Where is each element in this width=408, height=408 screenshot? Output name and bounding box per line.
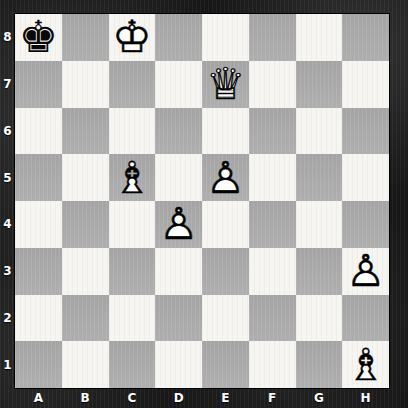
square-b7[interactable] (62, 61, 109, 108)
white-pawn-glyph: ♙ (155, 201, 202, 248)
rank-label-1: 1 (0, 341, 15, 388)
square-e6[interactable] (202, 108, 249, 155)
square-c7[interactable] (109, 61, 156, 108)
rank-labels: 87654321 (0, 14, 15, 388)
square-f6[interactable] (249, 108, 296, 155)
white-pawn-glyph: ♙ (342, 248, 389, 295)
square-a5[interactable] (15, 154, 62, 201)
square-d2[interactable] (155, 295, 202, 342)
square-c6[interactable] (109, 108, 156, 155)
square-c8[interactable]: ♚♔ (109, 14, 156, 61)
square-c5[interactable]: ♝♗ (109, 154, 156, 201)
rank-label-6: 6 (0, 108, 15, 155)
chess-diagram-frame: 87654321 ♚♚♔♛♕♝♗♟♙♟♙♟♙♝♗ ABCDEFGH (0, 0, 408, 408)
square-c1[interactable] (109, 341, 156, 388)
square-d1[interactable] (155, 341, 202, 388)
square-a4[interactable] (15, 201, 62, 248)
white-pawn-glyph: ♙ (202, 154, 249, 201)
square-c4[interactable] (109, 201, 156, 248)
white-bishop[interactable]: ♝♗ (342, 341, 389, 388)
file-label-e: E (202, 388, 249, 408)
black-king[interactable]: ♚ (15, 14, 62, 61)
file-label-c: C (109, 388, 156, 408)
white-king-glyph: ♔ (109, 14, 156, 61)
square-e1[interactable] (202, 341, 249, 388)
square-f4[interactable] (249, 201, 296, 248)
file-label-a: A (15, 388, 62, 408)
file-label-h: H (342, 388, 389, 408)
square-b2[interactable] (62, 295, 109, 342)
rank-label-2: 2 (0, 295, 15, 342)
square-a8[interactable]: ♚ (15, 14, 62, 61)
square-b4[interactable] (62, 201, 109, 248)
square-c2[interactable] (109, 295, 156, 342)
file-label-f: F (249, 388, 296, 408)
square-e4[interactable] (202, 201, 249, 248)
square-h1[interactable]: ♝♗ (342, 341, 389, 388)
square-h4[interactable] (342, 201, 389, 248)
white-queen-glyph: ♕ (202, 61, 249, 108)
square-h6[interactable] (342, 108, 389, 155)
square-a1[interactable] (15, 341, 62, 388)
square-a6[interactable] (15, 108, 62, 155)
square-e3[interactable] (202, 248, 249, 295)
white-pawn[interactable]: ♟♙ (155, 201, 202, 248)
square-d5[interactable] (155, 154, 202, 201)
square-c3[interactable] (109, 248, 156, 295)
square-h8[interactable] (342, 14, 389, 61)
square-b5[interactable] (62, 154, 109, 201)
white-king[interactable]: ♚♔ (109, 14, 156, 61)
square-d4[interactable]: ♟♙ (155, 201, 202, 248)
square-f2[interactable] (249, 295, 296, 342)
square-d7[interactable] (155, 61, 202, 108)
square-d6[interactable] (155, 108, 202, 155)
square-b1[interactable] (62, 341, 109, 388)
square-h2[interactable] (342, 295, 389, 342)
file-label-g: G (296, 388, 343, 408)
white-bishop-glyph: ♗ (109, 154, 156, 201)
square-h5[interactable] (342, 154, 389, 201)
black-king-glyph: ♚ (15, 14, 62, 61)
file-label-d: D (155, 388, 202, 408)
white-pawn[interactable]: ♟♙ (342, 248, 389, 295)
square-g5[interactable] (296, 154, 343, 201)
rank-label-3: 3 (0, 248, 15, 295)
square-e5[interactable]: ♟♙ (202, 154, 249, 201)
square-h7[interactable] (342, 61, 389, 108)
square-a7[interactable] (15, 61, 62, 108)
square-a3[interactable] (15, 248, 62, 295)
rank-label-4: 4 (0, 201, 15, 248)
square-f1[interactable] (249, 341, 296, 388)
square-d8[interactable] (155, 14, 202, 61)
square-g3[interactable] (296, 248, 343, 295)
white-bishop-glyph: ♗ (342, 341, 389, 388)
rank-label-7: 7 (0, 61, 15, 108)
square-f3[interactable] (249, 248, 296, 295)
white-bishop[interactable]: ♝♗ (109, 154, 156, 201)
rank-label-8: 8 (0, 14, 15, 61)
square-g6[interactable] (296, 108, 343, 155)
square-h3[interactable]: ♟♙ (342, 248, 389, 295)
square-g1[interactable] (296, 341, 343, 388)
square-g7[interactable] (296, 61, 343, 108)
white-pawn[interactable]: ♟♙ (202, 154, 249, 201)
square-f7[interactable] (249, 61, 296, 108)
square-b6[interactable] (62, 108, 109, 155)
file-label-b: B (62, 388, 109, 408)
square-g2[interactable] (296, 295, 343, 342)
file-labels: ABCDEFGH (15, 388, 389, 408)
square-a2[interactable] (15, 295, 62, 342)
board: ♚♚♔♛♕♝♗♟♙♟♙♟♙♝♗ (15, 14, 389, 388)
square-g8[interactable] (296, 14, 343, 61)
rank-label-5: 5 (0, 154, 15, 201)
square-e7[interactable]: ♛♕ (202, 61, 249, 108)
square-f8[interactable] (249, 14, 296, 61)
square-g4[interactable] (296, 201, 343, 248)
square-b3[interactable] (62, 248, 109, 295)
square-f5[interactable] (249, 154, 296, 201)
square-d3[interactable] (155, 248, 202, 295)
square-e8[interactable] (202, 14, 249, 61)
white-queen[interactable]: ♛♕ (202, 61, 249, 108)
square-e2[interactable] (202, 295, 249, 342)
square-b8[interactable] (62, 14, 109, 61)
